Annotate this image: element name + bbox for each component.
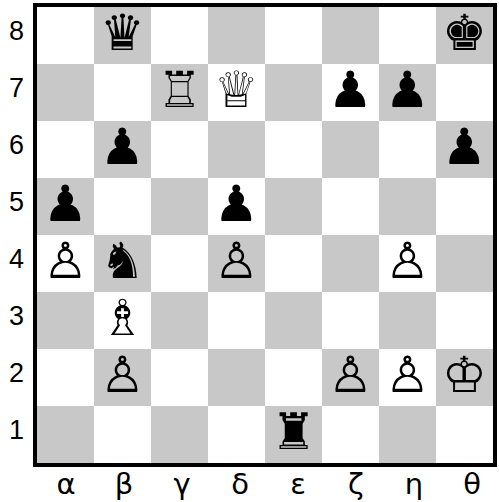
square-f5[interactable] xyxy=(322,178,379,235)
black-pawn-f7: ♟ xyxy=(328,62,373,119)
rank-label-7: 7 xyxy=(0,60,33,117)
square-c1[interactable] xyxy=(151,406,208,463)
square-b3[interactable]: ♗ xyxy=(94,292,151,349)
square-a1[interactable] xyxy=(37,406,94,463)
square-c7[interactable]: ♖ xyxy=(151,64,208,121)
square-c5[interactable] xyxy=(151,178,208,235)
white-pawn-b2: ♙ xyxy=(100,347,145,404)
square-g8[interactable] xyxy=(379,7,436,64)
black-pawn-h6: ♟ xyxy=(442,119,487,176)
square-b4[interactable]: ♞ xyxy=(94,235,151,292)
black-queen-b8: ♛ xyxy=(100,5,145,62)
black-knight-b4: ♞ xyxy=(100,233,145,290)
rank-label-4: 4 xyxy=(0,231,33,288)
square-h7[interactable] xyxy=(436,64,493,121)
rank-label-8: 8 xyxy=(0,3,33,60)
square-b6[interactable]: ♟ xyxy=(94,121,151,178)
black-pawn-g7: ♟ xyxy=(385,62,430,119)
chess-board: ♛♚♖♕♟♟♟♟♟♟♙♞♙♙♗♙♙♙♔♜ xyxy=(33,3,497,467)
white-king-h2: ♔ xyxy=(442,347,487,404)
square-b5[interactable] xyxy=(94,178,151,235)
square-b8[interactable]: ♛ xyxy=(94,7,151,64)
square-g2[interactable]: ♙ xyxy=(379,349,436,406)
square-c8[interactable] xyxy=(151,7,208,64)
square-g6[interactable] xyxy=(379,121,436,178)
square-d1[interactable] xyxy=(208,406,265,463)
white-pawn-f2: ♙ xyxy=(328,347,373,404)
file-label-a: α xyxy=(38,467,95,501)
square-g5[interactable] xyxy=(379,178,436,235)
white-pawn-g4: ♙ xyxy=(385,233,430,290)
square-h2[interactable]: ♔ xyxy=(436,349,493,406)
rank-labels: 87654321 xyxy=(0,3,33,459)
square-h3[interactable] xyxy=(436,292,493,349)
square-a8[interactable] xyxy=(37,7,94,64)
square-b7[interactable] xyxy=(94,64,151,121)
square-h6[interactable]: ♟ xyxy=(436,121,493,178)
file-label-c: γ xyxy=(154,467,211,501)
white-pawn-d4: ♙ xyxy=(214,233,259,290)
file-label-b: β xyxy=(96,467,153,501)
square-g7[interactable]: ♟ xyxy=(379,64,436,121)
white-bishop-b3: ♗ xyxy=(100,290,145,347)
square-h8[interactable]: ♚ xyxy=(436,7,493,64)
white-rook-c7: ♖ xyxy=(157,62,202,119)
black-king-h8: ♚ xyxy=(442,5,487,62)
file-labels: αβγδεζηθ xyxy=(37,467,499,501)
square-d7[interactable]: ♕ xyxy=(208,64,265,121)
square-a7[interactable] xyxy=(37,64,94,121)
square-a5[interactable]: ♟ xyxy=(37,178,94,235)
square-f8[interactable] xyxy=(322,7,379,64)
square-f1[interactable] xyxy=(322,406,379,463)
white-queen-d7: ♕ xyxy=(214,62,259,119)
square-f2[interactable]: ♙ xyxy=(322,349,379,406)
black-pawn-d5: ♟ xyxy=(214,176,259,233)
square-f4[interactable] xyxy=(322,235,379,292)
square-b1[interactable] xyxy=(94,406,151,463)
square-c2[interactable] xyxy=(151,349,208,406)
square-d2[interactable] xyxy=(208,349,265,406)
rank-label-1: 1 xyxy=(0,402,33,459)
white-pawn-a4: ♙ xyxy=(43,233,88,290)
square-h1[interactable] xyxy=(436,406,493,463)
square-h4[interactable] xyxy=(436,235,493,292)
square-b2[interactable]: ♙ xyxy=(94,349,151,406)
square-f6[interactable] xyxy=(322,121,379,178)
square-d8[interactable] xyxy=(208,7,265,64)
file-label-d: δ xyxy=(212,467,269,501)
square-d4[interactable]: ♙ xyxy=(208,235,265,292)
square-h5[interactable] xyxy=(436,178,493,235)
square-a4[interactable]: ♙ xyxy=(37,235,94,292)
square-a2[interactable] xyxy=(37,349,94,406)
square-f3[interactable] xyxy=(322,292,379,349)
square-d3[interactable] xyxy=(208,292,265,349)
square-e5[interactable] xyxy=(265,178,322,235)
black-rook-e1: ♜ xyxy=(271,404,316,461)
square-e7[interactable] xyxy=(265,64,322,121)
chess-diagram: 87654321 ♛♚♖♕♟♟♟♟♟♟♙♞♙♙♗♙♙♙♔♜ αβγδεζηθ xyxy=(0,0,499,502)
rank-label-6: 6 xyxy=(0,117,33,174)
square-g1[interactable] xyxy=(379,406,436,463)
square-a6[interactable] xyxy=(37,121,94,178)
square-e6[interactable] xyxy=(265,121,322,178)
white-pawn-g2: ♙ xyxy=(385,347,430,404)
square-e8[interactable] xyxy=(265,7,322,64)
square-e2[interactable] xyxy=(265,349,322,406)
file-label-h: θ xyxy=(444,467,499,501)
square-c6[interactable] xyxy=(151,121,208,178)
square-d5[interactable]: ♟ xyxy=(208,178,265,235)
rank-label-2: 2 xyxy=(0,345,33,402)
square-g3[interactable] xyxy=(379,292,436,349)
square-e1[interactable]: ♜ xyxy=(265,406,322,463)
file-label-f: ζ xyxy=(328,467,385,501)
square-a3[interactable] xyxy=(37,292,94,349)
file-label-e: ε xyxy=(270,467,327,501)
rank-label-5: 5 xyxy=(0,174,33,231)
rank-label-3: 3 xyxy=(0,288,33,345)
square-c4[interactable] xyxy=(151,235,208,292)
black-pawn-a5: ♟ xyxy=(43,176,88,233)
square-e3[interactable] xyxy=(265,292,322,349)
square-f7[interactable]: ♟ xyxy=(322,64,379,121)
board-with-rank-labels: 87654321 ♛♚♖♕♟♟♟♟♟♟♙♞♙♙♗♙♙♙♔♜ xyxy=(0,0,499,467)
square-c3[interactable] xyxy=(151,292,208,349)
black-pawn-b6: ♟ xyxy=(100,119,145,176)
square-g4[interactable]: ♙ xyxy=(379,235,436,292)
square-d6[interactable] xyxy=(208,121,265,178)
square-e4[interactable] xyxy=(265,235,322,292)
file-label-g: η xyxy=(386,467,443,501)
